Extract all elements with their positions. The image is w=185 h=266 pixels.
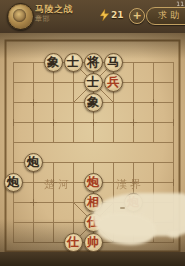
lightning-icon [100,9,109,21]
energy-value: 21 [111,10,124,20]
energy-counter: 21 [100,9,124,21]
game-screen: 马陵之战 章邯 21 + 求助 11 [0,0,185,266]
avatar[interactable] [7,3,34,30]
piece-black-炮[interactable]: 炮 [24,153,43,172]
help-button[interactable]: 求助 [146,7,185,25]
corner-status-text: 11 [176,0,184,7]
piece-red-帅[interactable]: 帅 [84,233,103,252]
piece-black-炮[interactable]: 炮 [4,173,23,192]
piece-red-仕[interactable]: 仕 [64,233,83,252]
level-subtitle: 章邯 [35,15,101,24]
pieces-layer: 象士将马士兵象炮炮炮相炮仕仕帅 [3,52,183,252]
piece-black-马[interactable]: 马 [104,53,123,72]
xiangqi-board[interactable]: 楚河 漢界 象士将马士兵象炮炮炮相炮仕仕帅 [0,33,185,266]
piece-red-兵[interactable]: 兵 [104,73,123,92]
piece-black-将[interactable]: 将 [84,53,103,72]
piece-red-炮[interactable]: 炮 [84,173,103,192]
bottom-strip [0,252,185,266]
piece-black-象[interactable]: 象 [44,53,63,72]
level-info: 马陵之战 章邯 [35,4,101,24]
piece-black-象[interactable]: 象 [84,93,103,112]
piece-red-炮[interactable]: 炮 [124,193,143,212]
piece-black-士[interactable]: 士 [84,73,103,92]
top-bar: 马陵之战 章邯 21 + 求助 11 [0,0,185,34]
piece-red-仕[interactable]: 仕 [84,213,103,232]
level-title: 马陵之战 [35,4,101,15]
piece-black-士[interactable]: 士 [64,53,83,72]
piece-red-相[interactable]: 相 [84,193,103,212]
add-energy-button[interactable]: + [129,8,145,24]
